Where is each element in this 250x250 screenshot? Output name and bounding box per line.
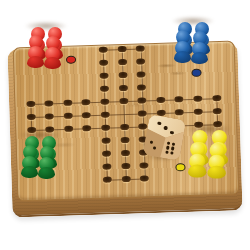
peg-blue-4[interactable] [191, 31, 208, 64]
peg-yellow-3[interactable] [188, 142, 206, 178]
board-hole-r1c5[interactable] [118, 59, 127, 66]
peg-base-red-3 [27, 56, 44, 68]
board-hole-r6c4[interactable] [101, 124, 110, 131]
board-hole-r4c2[interactable] [63, 99, 72, 106]
board-hole-r4c3[interactable] [82, 99, 91, 106]
peg-base-yellow-3 [188, 165, 206, 178]
peg-base-blue-3 [174, 51, 191, 63]
peg-red-3[interactable] [27, 35, 44, 68]
die-pip-right-1 [166, 141, 170, 145]
peg-base-blue-4 [191, 52, 208, 64]
die-pip-left-1 [149, 140, 153, 144]
board-hole-r5c9[interactable] [194, 108, 203, 115]
board-hole-r7c4[interactable] [101, 137, 110, 144]
board-hole-r5c1[interactable] [45, 113, 54, 120]
board-hole-r6c5[interactable] [120, 124, 129, 131]
peg-base-red-4 [44, 57, 61, 69]
board-hole-r6c3[interactable] [82, 125, 91, 132]
peg-green-3[interactable] [21, 145, 38, 178]
board-hole-r8c4[interactable] [102, 150, 111, 157]
board-hole-r10c6[interactable] [140, 175, 149, 182]
peg-base-green-4 [38, 167, 55, 179]
board-hole-r4c4[interactable] [100, 98, 109, 105]
board-hole-r5c4[interactable] [101, 111, 110, 118]
board-hole-r4c9[interactable] [193, 95, 202, 102]
board-hole-r5c3[interactable] [82, 112, 91, 119]
start-dot-yellow [175, 163, 185, 171]
board-hole-r0c4[interactable] [99, 46, 108, 53]
board-hole-r4c6[interactable] [137, 97, 146, 104]
peg-blue-3[interactable] [174, 30, 191, 63]
board-hole-r5c0[interactable] [26, 114, 35, 121]
board-hole-r9c4[interactable] [102, 163, 111, 170]
board-hole-r2c4[interactable] [99, 72, 108, 79]
board-hole-r1c6[interactable] [136, 58, 145, 65]
board-hole-r4c8[interactable] [175, 96, 184, 103]
start-dot-red [66, 56, 76, 64]
die-pip-right-3 [166, 146, 170, 150]
board-hole-r4c0[interactable] [26, 101, 35, 108]
peg-red-4[interactable] [44, 36, 61, 69]
start-dot-blue [191, 69, 201, 77]
board-hole-r3c5[interactable] [118, 85, 127, 92]
board-hole-r0c5[interactable] [117, 46, 126, 53]
board-hole-r10c4[interactable] [103, 176, 112, 183]
board-hole-r1c4[interactable] [99, 59, 108, 66]
board-hole-r8c5[interactable] [120, 150, 129, 157]
peg-base-green-3 [21, 166, 38, 178]
board-hole-r5c6[interactable] [138, 110, 147, 117]
board-hole-r4c5[interactable] [119, 98, 128, 105]
board-hole-r10c5[interactable] [121, 176, 130, 183]
board-hole-r2c5[interactable] [118, 72, 127, 79]
board-hole-r9c6[interactable] [139, 162, 148, 169]
board-hole-r4c1[interactable] [44, 100, 53, 107]
board-hole-r5c10[interactable] [212, 108, 221, 115]
board-hole-r5c2[interactable] [63, 112, 72, 119]
board-hole-r6c6[interactable] [138, 123, 147, 130]
peg-base-yellow-4 [207, 166, 225, 179]
board-hole-r5c8[interactable] [175, 109, 184, 116]
board-hole-r3c4[interactable] [100, 85, 109, 92]
board-hole-r4c7[interactable] [156, 97, 165, 104]
board-hole-r6c2[interactable] [64, 125, 73, 132]
board-hole-r2c6[interactable] [137, 71, 146, 78]
peg-yellow-4[interactable] [207, 143, 225, 179]
ludo-product-photo [0, 0, 250, 250]
die[interactable] [143, 114, 187, 161]
board-hole-r9c5[interactable] [121, 163, 130, 170]
board-hole-r0c6[interactable] [136, 45, 145, 52]
board-hole-r7c5[interactable] [120, 137, 129, 144]
board-hole-r4c10[interactable] [212, 95, 221, 102]
board-hole-r3c6[interactable] [137, 84, 146, 91]
peg-green-4[interactable] [38, 146, 55, 179]
